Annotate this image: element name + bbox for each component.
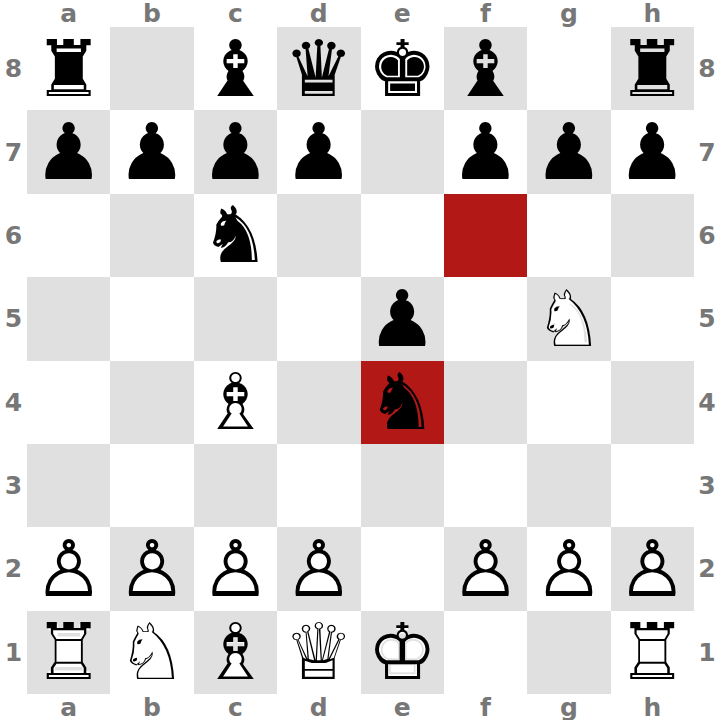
rank-label-right-7: 7 <box>694 110 720 193</box>
rank-label-left-3: 3 <box>0 444 27 527</box>
square-c1[interactable]: ♝♗ <box>194 611 277 694</box>
square-b3[interactable] <box>110 444 193 527</box>
square-h2[interactable]: ♟♙ <box>611 527 694 610</box>
square-h7[interactable]: ♟ <box>611 110 694 193</box>
file-label-top-g: g <box>527 0 610 27</box>
square-c8[interactable]: ♝ <box>194 27 277 110</box>
piece-outline-layer: ♖ <box>27 611 110 694</box>
board-corner <box>0 0 27 27</box>
piece-outline-layer: ♗ <box>194 361 277 444</box>
rank-label-left-2: 2 <box>0 527 27 610</box>
piece-black-knight-c6[interactable]: ♞ <box>194 194 277 277</box>
file-label-bottom-b: b <box>110 694 193 720</box>
square-f6[interactable] <box>444 194 527 277</box>
square-c2[interactable]: ♟♙ <box>194 527 277 610</box>
file-label-top-h: h <box>611 0 694 27</box>
square-f8[interactable]: ♝ <box>444 27 527 110</box>
square-f1[interactable] <box>444 611 527 694</box>
piece-outline-layer: ♘ <box>527 277 610 360</box>
square-e1[interactable]: ♚♔ <box>361 611 444 694</box>
piece-outline-layer: ♘ <box>110 611 193 694</box>
square-b8[interactable] <box>110 27 193 110</box>
square-a5[interactable] <box>27 277 110 360</box>
square-a7[interactable]: ♟ <box>27 110 110 193</box>
piece-outline-layer: ♗ <box>194 611 277 694</box>
square-d7[interactable]: ♟ <box>277 110 360 193</box>
piece-black-bishop-c8[interactable]: ♝ <box>194 27 277 110</box>
piece-outline-layer: ♔ <box>361 611 444 694</box>
piece-white-bishop-c1[interactable]: ♝♗ <box>194 611 277 694</box>
file-label-bottom-g: g <box>527 694 610 720</box>
square-c6[interactable]: ♞ <box>194 194 277 277</box>
square-d1[interactable]: ♛♕ <box>277 611 360 694</box>
square-e4[interactable]: ♞ <box>361 361 444 444</box>
square-a2[interactable]: ♟♙ <box>27 527 110 610</box>
square-f4[interactable] <box>444 361 527 444</box>
piece-black-knight-e4[interactable]: ♞ <box>361 361 444 444</box>
square-d2[interactable]: ♟♙ <box>277 527 360 610</box>
piece-white-king-e1[interactable]: ♚♔ <box>361 611 444 694</box>
piece-black-bishop-f8[interactable]: ♝ <box>444 27 527 110</box>
file-label-bottom-a: a <box>27 694 110 720</box>
square-a8[interactable]: ♜ <box>27 27 110 110</box>
piece-outline-layer: ♙ <box>527 527 610 610</box>
piece-black-pawn-a7[interactable]: ♟ <box>27 110 110 193</box>
square-c4[interactable]: ♝♗ <box>194 361 277 444</box>
square-g7[interactable]: ♟ <box>527 110 610 193</box>
square-h1[interactable]: ♜♖ <box>611 611 694 694</box>
square-a3[interactable] <box>27 444 110 527</box>
square-g3[interactable] <box>527 444 610 527</box>
square-h4[interactable] <box>611 361 694 444</box>
rank-label-right-8: 8 <box>694 27 720 110</box>
rank-label-left-8: 8 <box>0 27 27 110</box>
rank-label-left-4: 4 <box>0 361 27 444</box>
file-label-bottom-e: e <box>361 694 444 720</box>
square-f2[interactable]: ♟♙ <box>444 527 527 610</box>
board-corner <box>0 694 27 720</box>
square-d8[interactable]: ♛ <box>277 27 360 110</box>
piece-white-knight-b1[interactable]: ♞♘ <box>110 611 193 694</box>
square-e6[interactable] <box>361 194 444 277</box>
square-b5[interactable] <box>110 277 193 360</box>
file-label-top-a: a <box>27 0 110 27</box>
board-corner <box>694 0 720 27</box>
piece-black-pawn-f7[interactable]: ♟ <box>444 110 527 193</box>
square-g4[interactable] <box>527 361 610 444</box>
piece-white-knight-g5[interactable]: ♞♘ <box>527 277 610 360</box>
piece-black-rook-a8[interactable]: ♜ <box>27 27 110 110</box>
square-b4[interactable] <box>110 361 193 444</box>
rank-label-right-1: 1 <box>694 611 720 694</box>
square-g1[interactable] <box>527 611 610 694</box>
square-e5[interactable]: ♟ <box>361 277 444 360</box>
board-corner <box>694 694 720 720</box>
file-label-bottom-h: h <box>611 694 694 720</box>
square-f7[interactable]: ♟ <box>444 110 527 193</box>
piece-outline-layer: ♕ <box>277 611 360 694</box>
piece-outline-layer: ♙ <box>194 527 277 610</box>
piece-white-pawn-c2[interactable]: ♟♙ <box>194 527 277 610</box>
piece-white-pawn-h2[interactable]: ♟♙ <box>611 527 694 610</box>
piece-black-pawn-e5[interactable]: ♟ <box>361 277 444 360</box>
piece-white-pawn-f2[interactable]: ♟♙ <box>444 527 527 610</box>
piece-white-pawn-d2[interactable]: ♟♙ <box>277 527 360 610</box>
square-d3[interactable] <box>277 444 360 527</box>
square-f3[interactable] <box>444 444 527 527</box>
square-h8[interactable]: ♜ <box>611 27 694 110</box>
rank-label-right-4: 4 <box>694 361 720 444</box>
square-h3[interactable] <box>611 444 694 527</box>
rank-label-left-5: 5 <box>0 277 27 360</box>
rank-label-right-2: 2 <box>694 527 720 610</box>
rank-label-left-7: 7 <box>0 110 27 193</box>
rank-label-left-1: 1 <box>0 611 27 694</box>
square-e8[interactable]: ♚ <box>361 27 444 110</box>
file-label-top-f: f <box>444 0 527 27</box>
rank-label-right-5: 5 <box>694 277 720 360</box>
piece-white-rook-a1[interactable]: ♜♖ <box>27 611 110 694</box>
rank-label-right-6: 6 <box>694 194 720 277</box>
square-d6[interactable] <box>277 194 360 277</box>
piece-black-pawn-b7[interactable]: ♟ <box>110 110 193 193</box>
square-f5[interactable] <box>444 277 527 360</box>
square-e3[interactable] <box>361 444 444 527</box>
square-g2[interactable]: ♟♙ <box>527 527 610 610</box>
piece-black-rook-h8[interactable]: ♜ <box>611 27 694 110</box>
piece-black-pawn-d7[interactable]: ♟ <box>277 110 360 193</box>
file-label-bottom-c: c <box>194 694 277 720</box>
chessboard: abcdefgh8♜♝♛♚♝♜87♟♟♟♟♟♟♟76♞65♟♞♘54♝♗♞433… <box>0 0 720 720</box>
rank-label-left-6: 6 <box>0 194 27 277</box>
piece-black-pawn-c7[interactable]: ♟ <box>194 110 277 193</box>
square-b7[interactable]: ♟ <box>110 110 193 193</box>
rank-label-right-3: 3 <box>694 444 720 527</box>
square-a4[interactable] <box>27 361 110 444</box>
piece-black-queen-d8[interactable]: ♛ <box>277 27 360 110</box>
square-a1[interactable]: ♜♖ <box>27 611 110 694</box>
file-label-top-b: b <box>110 0 193 27</box>
square-c5[interactable] <box>194 277 277 360</box>
piece-outline-layer: ♙ <box>277 527 360 610</box>
piece-outline-layer: ♙ <box>27 527 110 610</box>
square-b2[interactable]: ♟♙ <box>110 527 193 610</box>
piece-white-queen-d1[interactable]: ♛♕ <box>277 611 360 694</box>
piece-outline-layer: ♙ <box>110 527 193 610</box>
square-g8[interactable] <box>527 27 610 110</box>
file-label-bottom-f: f <box>444 694 527 720</box>
square-c3[interactable] <box>194 444 277 527</box>
square-c7[interactable]: ♟ <box>194 110 277 193</box>
file-label-top-e: e <box>361 0 444 27</box>
file-label-bottom-d: d <box>277 694 360 720</box>
piece-black-king-e8[interactable]: ♚ <box>361 27 444 110</box>
square-a6[interactable] <box>27 194 110 277</box>
piece-black-pawn-h7[interactable]: ♟ <box>611 110 694 193</box>
piece-white-pawn-g2[interactable]: ♟♙ <box>527 527 610 610</box>
piece-white-rook-h1[interactable]: ♜♖ <box>611 611 694 694</box>
file-label-top-c: c <box>194 0 277 27</box>
piece-outline-layer: ♙ <box>611 527 694 610</box>
piece-outline-layer: ♙ <box>444 527 527 610</box>
square-h6[interactable] <box>611 194 694 277</box>
square-g6[interactable] <box>527 194 610 277</box>
square-b6[interactable] <box>110 194 193 277</box>
piece-white-pawn-b2[interactable]: ♟♙ <box>110 527 193 610</box>
square-d5[interactable] <box>277 277 360 360</box>
square-b1[interactable]: ♞♘ <box>110 611 193 694</box>
square-e2[interactable] <box>361 527 444 610</box>
square-h5[interactable] <box>611 277 694 360</box>
file-label-top-d: d <box>277 0 360 27</box>
square-e7[interactable] <box>361 110 444 193</box>
piece-white-bishop-c4[interactable]: ♝♗ <box>194 361 277 444</box>
square-d4[interactable] <box>277 361 360 444</box>
square-g5[interactable]: ♞♘ <box>527 277 610 360</box>
piece-black-pawn-g7[interactable]: ♟ <box>527 110 610 193</box>
piece-white-pawn-a2[interactable]: ♟♙ <box>27 527 110 610</box>
piece-outline-layer: ♖ <box>611 611 694 694</box>
